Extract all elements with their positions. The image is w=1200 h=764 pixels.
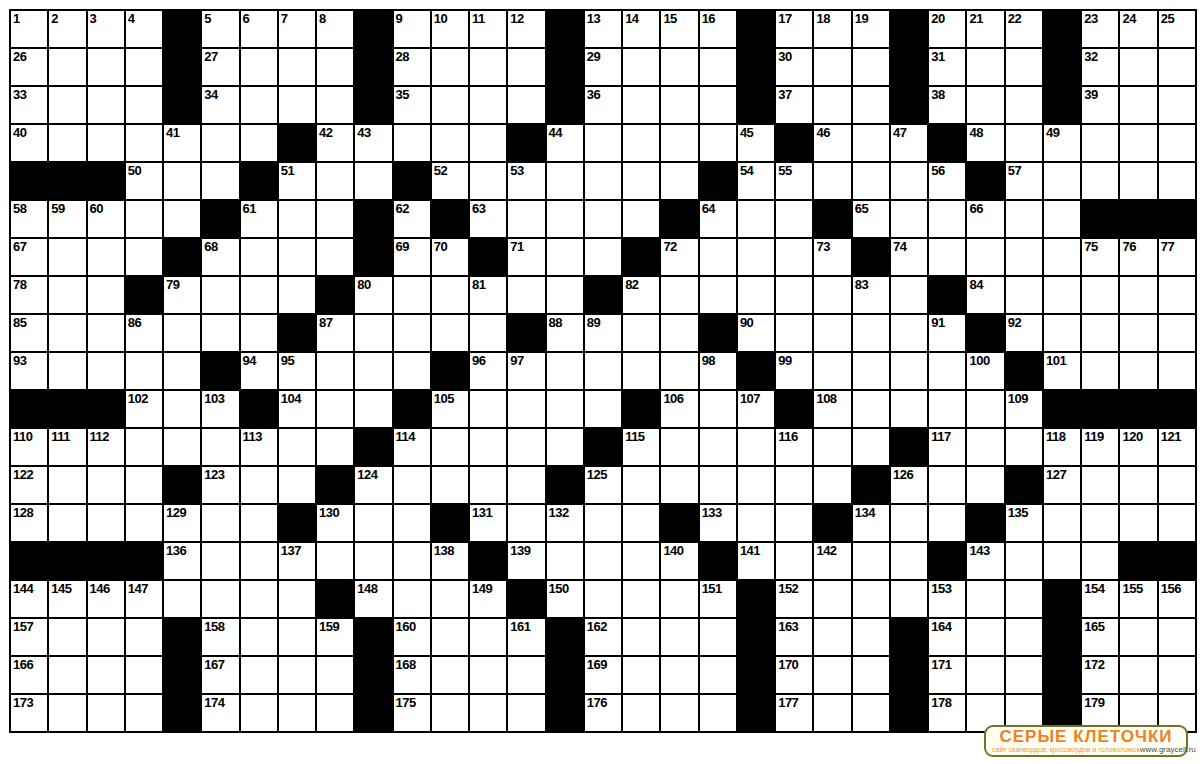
cell-r11c8[interactable] <box>317 429 353 465</box>
cell-r4c21[interactable] <box>814 163 850 199</box>
cell-r3c11[interactable] <box>432 125 468 161</box>
cell-r5c15[interactable] <box>585 201 621 237</box>
cell-r5c14[interactable] <box>547 201 583 237</box>
cell-r12c11[interactable] <box>432 467 468 503</box>
cell-r15c26[interactable] <box>1006 581 1042 617</box>
cell-r0c26[interactable]: 22 <box>1006 11 1042 47</box>
cell-r2c21[interactable] <box>814 87 850 123</box>
cell-r18c0[interactable]: 173 <box>11 695 47 731</box>
cell-r10c25[interactable] <box>967 391 1003 427</box>
cell-r7c16[interactable]: 82 <box>623 277 659 313</box>
cell-r2c24[interactable]: 38 <box>929 87 965 123</box>
cell-r15c14[interactable]: 150 <box>547 581 583 617</box>
cell-r2c11[interactable] <box>432 87 468 123</box>
cell-r4c3[interactable]: 50 <box>126 163 162 199</box>
cell-r9c3[interactable] <box>126 353 162 389</box>
cell-r15c21[interactable] <box>814 581 850 617</box>
cell-r8c0[interactable]: 85 <box>11 315 47 351</box>
cell-r10c19[interactable]: 107 <box>738 391 774 427</box>
cell-r1c13[interactable] <box>508 49 544 85</box>
cell-r14c11[interactable]: 138 <box>432 543 468 579</box>
cell-r12c16[interactable] <box>623 467 659 503</box>
cell-r4c8[interactable] <box>317 163 353 199</box>
cell-r1c22[interactable] <box>853 49 889 85</box>
cell-r5c0[interactable]: 58 <box>11 201 47 237</box>
cell-r7c22[interactable]: 83 <box>853 277 889 313</box>
cell-r18c17[interactable] <box>661 695 697 731</box>
cell-r16c3[interactable] <box>126 619 162 655</box>
cell-r12c13[interactable] <box>508 467 544 503</box>
cell-r15c28[interactable]: 154 <box>1082 581 1118 617</box>
cell-r11c3[interactable] <box>126 429 162 465</box>
cell-r7c2[interactable] <box>88 277 124 313</box>
cell-r7c18[interactable] <box>700 277 736 313</box>
cell-r0c12[interactable]: 11 <box>470 11 506 47</box>
cell-r10c23[interactable] <box>891 391 927 427</box>
cell-r11c5[interactable] <box>202 429 238 465</box>
cell-r8c26[interactable]: 92 <box>1006 315 1042 351</box>
cell-r3c12[interactable] <box>470 125 506 161</box>
cell-r13c20[interactable] <box>776 505 812 541</box>
cell-r10c21[interactable]: 108 <box>814 391 850 427</box>
cell-r1c28[interactable]: 32 <box>1082 49 1118 85</box>
cell-r2c12[interactable] <box>470 87 506 123</box>
cell-r6c1[interactable] <box>49 239 85 275</box>
cell-r8c8[interactable]: 87 <box>317 315 353 351</box>
cell-r17c18[interactable] <box>700 657 736 693</box>
cell-r18c6[interactable] <box>241 695 277 731</box>
cell-r0c22[interactable]: 19 <box>853 11 889 47</box>
cell-r11c10[interactable]: 114 <box>394 429 430 465</box>
cell-r3c22[interactable] <box>853 125 889 161</box>
cell-r4c16[interactable] <box>623 163 659 199</box>
cell-r8c29[interactable] <box>1120 315 1156 351</box>
cell-r8c5[interactable] <box>202 315 238 351</box>
cell-r0c5[interactable]: 5 <box>202 11 238 47</box>
cell-r6c24[interactable] <box>929 239 965 275</box>
cell-r14c17[interactable]: 140 <box>661 543 697 579</box>
cell-r5c26[interactable] <box>1006 201 1042 237</box>
cell-r10c3[interactable]: 102 <box>126 391 162 427</box>
cell-r5c18[interactable]: 64 <box>700 201 736 237</box>
cell-r10c15[interactable] <box>585 391 621 427</box>
cell-r15c10[interactable] <box>394 581 430 617</box>
cell-r15c24[interactable]: 153 <box>929 581 965 617</box>
cell-r18c7[interactable] <box>279 695 315 731</box>
cell-r11c7[interactable] <box>279 429 315 465</box>
cell-r5c16[interactable] <box>623 201 659 237</box>
cell-r6c27[interactable] <box>1044 239 1080 275</box>
cell-r4c12[interactable] <box>470 163 506 199</box>
cell-r9c7[interactable]: 95 <box>279 353 315 389</box>
cell-r10c9[interactable] <box>355 391 391 427</box>
cell-r16c16[interactable] <box>623 619 659 655</box>
cell-r1c3[interactable] <box>126 49 162 85</box>
cell-r6c23[interactable]: 74 <box>891 239 927 275</box>
cell-r7c0[interactable]: 78 <box>11 277 47 313</box>
cell-r15c16[interactable] <box>623 581 659 617</box>
cell-r14c9[interactable] <box>355 543 391 579</box>
cell-r16c8[interactable]: 159 <box>317 619 353 655</box>
cell-r17c30[interactable] <box>1159 657 1195 693</box>
cell-r13c12[interactable]: 131 <box>470 505 506 541</box>
cell-r1c25[interactable] <box>967 49 1003 85</box>
cell-r13c5[interactable] <box>202 505 238 541</box>
cell-r4c19[interactable]: 54 <box>738 163 774 199</box>
cell-r6c5[interactable]: 68 <box>202 239 238 275</box>
cell-r5c25[interactable]: 66 <box>967 201 1003 237</box>
cell-r17c8[interactable] <box>317 657 353 693</box>
cell-r8c27[interactable] <box>1044 315 1080 351</box>
cell-r13c16[interactable] <box>623 505 659 541</box>
cell-r4c30[interactable] <box>1159 163 1195 199</box>
cell-r12c30[interactable] <box>1159 467 1195 503</box>
cell-r6c26[interactable] <box>1006 239 1042 275</box>
cell-r8c17[interactable] <box>661 315 697 351</box>
cell-r1c24[interactable]: 31 <box>929 49 965 85</box>
cell-r14c16[interactable] <box>623 543 659 579</box>
cell-r13c2[interactable] <box>88 505 124 541</box>
cell-r0c15[interactable]: 13 <box>585 11 621 47</box>
cell-r9c25[interactable]: 100 <box>967 353 1003 389</box>
cell-r5c10[interactable]: 62 <box>394 201 430 237</box>
cell-r1c1[interactable] <box>49 49 85 85</box>
cell-r8c11[interactable] <box>432 315 468 351</box>
cell-r18c15[interactable]: 176 <box>585 695 621 731</box>
cell-r13c14[interactable]: 132 <box>547 505 583 541</box>
cell-r4c28[interactable] <box>1082 163 1118 199</box>
cell-r3c2[interactable] <box>88 125 124 161</box>
cell-r15c23[interactable] <box>891 581 927 617</box>
cell-r1c7[interactable] <box>279 49 315 85</box>
cell-r7c10[interactable] <box>394 277 430 313</box>
cell-r17c26[interactable] <box>1006 657 1042 693</box>
cell-r1c6[interactable] <box>241 49 277 85</box>
logo-url[interactable]: www.graycell.ru <box>1140 745 1196 754</box>
cell-r3c6[interactable] <box>241 125 277 161</box>
cell-r17c29[interactable] <box>1120 657 1156 693</box>
cell-r14c5[interactable] <box>202 543 238 579</box>
cell-r12c5[interactable]: 123 <box>202 467 238 503</box>
cell-r2c7[interactable] <box>279 87 315 123</box>
cell-r15c15[interactable] <box>585 581 621 617</box>
cell-r13c28[interactable] <box>1082 505 1118 541</box>
cell-r17c20[interactable]: 170 <box>776 657 812 693</box>
cell-r13c3[interactable] <box>126 505 162 541</box>
cell-r9c2[interactable] <box>88 353 124 389</box>
cell-r13c10[interactable] <box>394 505 430 541</box>
cell-r5c8[interactable] <box>317 201 353 237</box>
cell-r15c1[interactable]: 145 <box>49 581 85 617</box>
cell-r5c2[interactable]: 60 <box>88 201 124 237</box>
cell-r8c1[interactable] <box>49 315 85 351</box>
cell-r17c28[interactable]: 172 <box>1082 657 1118 693</box>
cell-r11c21[interactable] <box>814 429 850 465</box>
cell-r9c22[interactable] <box>853 353 889 389</box>
cell-r15c22[interactable] <box>853 581 889 617</box>
cell-r12c20[interactable] <box>776 467 812 503</box>
cell-r13c23[interactable] <box>891 505 927 541</box>
cell-r7c14[interactable] <box>547 277 583 313</box>
cell-r16c15[interactable]: 162 <box>585 619 621 655</box>
cell-r12c6[interactable] <box>241 467 277 503</box>
cell-r2c3[interactable] <box>126 87 162 123</box>
cell-r16c2[interactable] <box>88 619 124 655</box>
cell-r8c22[interactable] <box>853 315 889 351</box>
cell-r13c18[interactable]: 133 <box>700 505 736 541</box>
cell-r7c9[interactable]: 80 <box>355 277 391 313</box>
cell-r6c3[interactable] <box>126 239 162 275</box>
cell-r10c13[interactable] <box>508 391 544 427</box>
cell-r1c26[interactable] <box>1006 49 1042 85</box>
cell-r7c23[interactable] <box>891 277 927 313</box>
cell-r18c1[interactable] <box>49 695 85 731</box>
cell-r4c14[interactable] <box>547 163 583 199</box>
cell-r6c0[interactable]: 67 <box>11 239 47 275</box>
cell-r12c27[interactable]: 127 <box>1044 467 1080 503</box>
cell-r17c25[interactable] <box>967 657 1003 693</box>
cell-r12c3[interactable] <box>126 467 162 503</box>
cell-r17c3[interactable] <box>126 657 162 693</box>
cell-r12c28[interactable] <box>1082 467 1118 503</box>
cell-r0c30[interactable]: 25 <box>1159 11 1195 47</box>
cell-r14c19[interactable]: 141 <box>738 543 774 579</box>
cell-r11c26[interactable] <box>1006 429 1042 465</box>
cell-r6c15[interactable] <box>585 239 621 275</box>
cell-r3c10[interactable] <box>394 125 430 161</box>
cell-r18c20[interactable]: 177 <box>776 695 812 731</box>
cell-r15c5[interactable] <box>202 581 238 617</box>
cell-r14c26[interactable] <box>1006 543 1042 579</box>
cell-r14c7[interactable]: 137 <box>279 543 315 579</box>
cell-r18c13[interactable] <box>508 695 544 731</box>
cell-r2c15[interactable]: 36 <box>585 87 621 123</box>
cell-r18c8[interactable] <box>317 695 353 731</box>
cell-r16c20[interactable]: 163 <box>776 619 812 655</box>
cell-r8c20[interactable] <box>776 315 812 351</box>
cell-r11c4[interactable] <box>164 429 200 465</box>
cell-r2c0[interactable]: 33 <box>11 87 47 123</box>
cell-r7c17[interactable] <box>661 277 697 313</box>
cell-r3c29[interactable] <box>1120 125 1156 161</box>
cell-r5c7[interactable] <box>279 201 315 237</box>
cell-r4c27[interactable] <box>1044 163 1080 199</box>
cell-r15c20[interactable]: 152 <box>776 581 812 617</box>
cell-r7c25[interactable]: 84 <box>967 277 1003 313</box>
cell-r3c28[interactable] <box>1082 125 1118 161</box>
cell-r18c22[interactable] <box>853 695 889 731</box>
cell-r6c10[interactable]: 69 <box>394 239 430 275</box>
cell-r16c13[interactable]: 161 <box>508 619 544 655</box>
cell-r17c0[interactable]: 166 <box>11 657 47 693</box>
cell-r6c17[interactable]: 72 <box>661 239 697 275</box>
cell-r6c18[interactable] <box>700 239 736 275</box>
cell-r11c1[interactable]: 111 <box>49 429 85 465</box>
cell-r9c28[interactable] <box>1082 353 1118 389</box>
cell-r16c28[interactable]: 165 <box>1082 619 1118 655</box>
cell-r14c23[interactable] <box>891 543 927 579</box>
cell-r17c16[interactable] <box>623 657 659 693</box>
cell-r14c25[interactable]: 143 <box>967 543 1003 579</box>
cell-r10c7[interactable]: 104 <box>279 391 315 427</box>
cell-r13c24[interactable] <box>929 505 965 541</box>
cell-r9c0[interactable]: 93 <box>11 353 47 389</box>
cell-r18c10[interactable]: 175 <box>394 695 430 731</box>
cell-r16c7[interactable] <box>279 619 315 655</box>
cell-r17c17[interactable] <box>661 657 697 693</box>
cell-r12c18[interactable] <box>700 467 736 503</box>
cell-r18c5[interactable]: 174 <box>202 695 238 731</box>
cell-r16c10[interactable]: 160 <box>394 619 430 655</box>
cell-r9c27[interactable]: 101 <box>1044 353 1080 389</box>
cell-r2c20[interactable]: 37 <box>776 87 812 123</box>
cell-r11c25[interactable] <box>967 429 1003 465</box>
cell-r7c29[interactable] <box>1120 277 1156 313</box>
cell-r13c13[interactable] <box>508 505 544 541</box>
cell-r12c19[interactable] <box>738 467 774 503</box>
cell-r11c13[interactable] <box>508 429 544 465</box>
cell-r11c29[interactable]: 120 <box>1120 429 1156 465</box>
cell-r16c30[interactable] <box>1159 619 1195 655</box>
cell-r2c6[interactable] <box>241 87 277 123</box>
cell-r16c26[interactable] <box>1006 619 1042 655</box>
cell-r18c11[interactable] <box>432 695 468 731</box>
cell-r18c12[interactable] <box>470 695 506 731</box>
cell-r5c27[interactable] <box>1044 201 1080 237</box>
cell-r4c29[interactable] <box>1120 163 1156 199</box>
cell-r17c7[interactable] <box>279 657 315 693</box>
cell-r15c25[interactable] <box>967 581 1003 617</box>
cell-r1c16[interactable] <box>623 49 659 85</box>
cell-r7c26[interactable] <box>1006 277 1042 313</box>
cell-r1c0[interactable]: 26 <box>11 49 47 85</box>
cell-r0c8[interactable]: 8 <box>317 11 353 47</box>
cell-r8c23[interactable] <box>891 315 927 351</box>
cell-r8c10[interactable] <box>394 315 430 351</box>
cell-r7c5[interactable] <box>202 277 238 313</box>
cell-r11c17[interactable] <box>661 429 697 465</box>
cell-r0c28[interactable]: 23 <box>1082 11 1118 47</box>
cell-r2c13[interactable] <box>508 87 544 123</box>
cell-r14c22[interactable] <box>853 543 889 579</box>
cell-r4c17[interactable] <box>661 163 697 199</box>
cell-r12c17[interactable] <box>661 467 697 503</box>
cell-r6c30[interactable]: 77 <box>1159 239 1195 275</box>
cell-r2c29[interactable] <box>1120 87 1156 123</box>
cell-r11c22[interactable] <box>853 429 889 465</box>
cell-r2c10[interactable]: 35 <box>394 87 430 123</box>
cell-r1c8[interactable] <box>317 49 353 85</box>
cell-r13c1[interactable] <box>49 505 85 541</box>
cell-r15c2[interactable]: 146 <box>88 581 124 617</box>
cell-r3c17[interactable] <box>661 125 697 161</box>
cell-r11c24[interactable]: 117 <box>929 429 965 465</box>
cell-r0c29[interactable]: 24 <box>1120 11 1156 47</box>
cell-r10c4[interactable] <box>164 391 200 427</box>
cell-r15c9[interactable]: 148 <box>355 581 391 617</box>
cell-r2c28[interactable]: 39 <box>1082 87 1118 123</box>
cell-r13c22[interactable]: 134 <box>853 505 889 541</box>
cell-r6c7[interactable] <box>279 239 315 275</box>
cell-r2c8[interactable] <box>317 87 353 123</box>
cell-r10c5[interactable]: 103 <box>202 391 238 427</box>
cell-r0c7[interactable]: 7 <box>279 11 315 47</box>
cell-r3c14[interactable]: 44 <box>547 125 583 161</box>
cell-r12c23[interactable]: 126 <box>891 467 927 503</box>
cell-r2c17[interactable] <box>661 87 697 123</box>
cell-r2c18[interactable] <box>700 87 736 123</box>
cell-r14c13[interactable]: 139 <box>508 543 544 579</box>
cell-r7c7[interactable] <box>279 277 315 313</box>
cell-r0c24[interactable]: 20 <box>929 11 965 47</box>
cell-r16c25[interactable] <box>967 619 1003 655</box>
cell-r13c4[interactable]: 129 <box>164 505 200 541</box>
cell-r3c1[interactable] <box>49 125 85 161</box>
cell-r10c22[interactable] <box>853 391 889 427</box>
cell-r4c9[interactable] <box>355 163 391 199</box>
cell-r0c3[interactable]: 4 <box>126 11 162 47</box>
cell-r4c4[interactable] <box>164 163 200 199</box>
cell-r14c20[interactable] <box>776 543 812 579</box>
cell-r6c13[interactable]: 71 <box>508 239 544 275</box>
cell-r2c16[interactable] <box>623 87 659 123</box>
cell-r9c10[interactable] <box>394 353 430 389</box>
cell-r15c4[interactable] <box>164 581 200 617</box>
cell-r9c12[interactable]: 96 <box>470 353 506 389</box>
cell-r10c24[interactable] <box>929 391 965 427</box>
cell-r10c12[interactable] <box>470 391 506 427</box>
cell-r12c1[interactable] <box>49 467 85 503</box>
cell-r12c25[interactable] <box>967 467 1003 503</box>
cell-r3c8[interactable]: 42 <box>317 125 353 161</box>
cell-r3c0[interactable]: 40 <box>11 125 47 161</box>
cell-r7c4[interactable]: 79 <box>164 277 200 313</box>
cell-r9c29[interactable] <box>1120 353 1156 389</box>
cell-r12c24[interactable] <box>929 467 965 503</box>
cell-r3c9[interactable]: 43 <box>355 125 391 161</box>
cell-r13c27[interactable] <box>1044 505 1080 541</box>
cell-r15c11[interactable] <box>432 581 468 617</box>
cell-r9c1[interactable] <box>49 353 85 389</box>
cell-r3c30[interactable] <box>1159 125 1195 161</box>
cell-r0c1[interactable]: 2 <box>49 11 85 47</box>
cell-r5c13[interactable] <box>508 201 544 237</box>
cell-r8c6[interactable] <box>241 315 277 351</box>
cell-r3c3[interactable] <box>126 125 162 161</box>
cell-r14c10[interactable] <box>394 543 430 579</box>
cell-r1c17[interactable] <box>661 49 697 85</box>
cell-r2c26[interactable] <box>1006 87 1042 123</box>
cell-r17c22[interactable] <box>853 657 889 693</box>
cell-r15c29[interactable]: 155 <box>1120 581 1156 617</box>
cell-r16c24[interactable]: 164 <box>929 619 965 655</box>
cell-r9c18[interactable]: 98 <box>700 353 736 389</box>
cell-r9c9[interactable] <box>355 353 391 389</box>
cell-r9c30[interactable] <box>1159 353 1195 389</box>
cell-r9c14[interactable] <box>547 353 583 389</box>
cell-r5c23[interactable] <box>891 201 927 237</box>
cell-r16c21[interactable] <box>814 619 850 655</box>
cell-r11c16[interactable]: 115 <box>623 429 659 465</box>
cell-r5c12[interactable]: 63 <box>470 201 506 237</box>
cell-r12c0[interactable]: 122 <box>11 467 47 503</box>
cell-r0c11[interactable]: 10 <box>432 11 468 47</box>
cell-r15c18[interactable]: 151 <box>700 581 736 617</box>
cell-r12c12[interactable] <box>470 467 506 503</box>
cell-r5c4[interactable] <box>164 201 200 237</box>
cell-r1c5[interactable]: 27 <box>202 49 238 85</box>
cell-r4c26[interactable]: 57 <box>1006 163 1042 199</box>
